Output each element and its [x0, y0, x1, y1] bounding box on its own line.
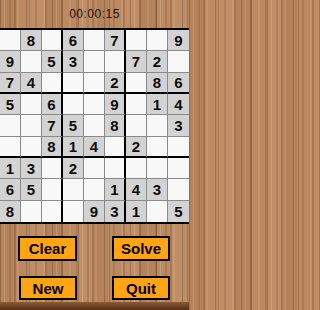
sudoku-cell: 5 [63, 115, 84, 136]
sudoku-cell: 1 [147, 94, 168, 115]
sudoku-cell[interactable] [84, 30, 105, 51]
sudoku-cell: 7 [126, 51, 147, 72]
sudoku-cell: 3 [21, 158, 42, 179]
sudoku-cell[interactable] [21, 51, 42, 72]
sudoku-cell: 8 [105, 115, 126, 136]
sudoku-cell: 5 [42, 51, 63, 72]
sudoku-cell: 9 [0, 51, 21, 72]
sudoku-cell: 1 [105, 179, 126, 200]
sudoku-cell[interactable] [126, 115, 147, 136]
sudoku-cell[interactable] [84, 158, 105, 179]
sudoku-cell: 5 [168, 201, 189, 222]
sudoku-cell[interactable] [84, 94, 105, 115]
sudoku-cell: 6 [63, 30, 84, 51]
sudoku-cell: 9 [84, 201, 105, 222]
sudoku-cell[interactable] [84, 73, 105, 94]
sudoku-cell: 2 [126, 137, 147, 158]
sudoku-cell[interactable] [84, 51, 105, 72]
sudoku-cell[interactable] [42, 73, 63, 94]
sudoku-cell[interactable] [147, 137, 168, 158]
sudoku-cell[interactable] [21, 137, 42, 158]
sudoku-cell: 7 [105, 30, 126, 51]
solve-button[interactable]: Solve [112, 236, 170, 261]
sudoku-cell: 9 [105, 94, 126, 115]
sudoku-cell: 1 [63, 137, 84, 158]
sudoku-cell: 8 [42, 137, 63, 158]
sudoku-cell[interactable] [168, 158, 189, 179]
sudoku-cell[interactable] [147, 201, 168, 222]
sudoku-cell[interactable] [126, 94, 147, 115]
sudoku-cell: 4 [84, 137, 105, 158]
sudoku-cell[interactable] [84, 179, 105, 200]
sudoku-cell: 4 [21, 73, 42, 94]
sudoku-cell: 2 [63, 158, 84, 179]
sudoku-cell[interactable] [105, 158, 126, 179]
sudoku-cell[interactable] [42, 158, 63, 179]
sudoku-cell[interactable] [0, 115, 21, 136]
sudoku-cell: 6 [0, 179, 21, 200]
sudoku-cell[interactable] [126, 73, 147, 94]
sudoku-cell[interactable] [21, 201, 42, 222]
sudoku-cell: 7 [42, 115, 63, 136]
sudoku-cell: 5 [21, 179, 42, 200]
sudoku-cell: 9 [168, 30, 189, 51]
sudoku-cell[interactable] [0, 30, 21, 51]
new-button[interactable]: New [19, 276, 77, 300]
sudoku-cell[interactable] [147, 158, 168, 179]
sudoku-cell[interactable] [147, 30, 168, 51]
sudoku-cell: 4 [168, 94, 189, 115]
sudoku-cell[interactable] [42, 179, 63, 200]
sudoku-cell[interactable] [63, 94, 84, 115]
sudoku-cell[interactable] [63, 179, 84, 200]
sudoku-cell[interactable] [168, 51, 189, 72]
sudoku-cell: 7 [0, 73, 21, 94]
timer: 00:00:15 [0, 7, 189, 21]
sudoku-cell[interactable] [105, 137, 126, 158]
sudoku-cell: 2 [105, 73, 126, 94]
sudoku-cell[interactable] [21, 115, 42, 136]
sudoku-cell: 6 [42, 94, 63, 115]
sudoku-cell: 3 [105, 201, 126, 222]
sudoku-cell: 4 [126, 179, 147, 200]
sudoku-cell[interactable] [168, 137, 189, 158]
sudoku-cell: 8 [147, 73, 168, 94]
sudoku-cell[interactable] [42, 201, 63, 222]
sudoku-cell[interactable] [63, 73, 84, 94]
sudoku-cell: 6 [168, 73, 189, 94]
sudoku-cell[interactable] [147, 115, 168, 136]
sudoku-cell: 8 [0, 201, 21, 222]
sudoku-cell: 8 [21, 30, 42, 51]
sudoku-cell[interactable] [63, 201, 84, 222]
sudoku-board: 8679953727428656914758381421326514389315 [0, 28, 189, 224]
sudoku-cell[interactable] [42, 30, 63, 51]
sudoku-cell: 3 [168, 115, 189, 136]
sudoku-cell: 2 [147, 51, 168, 72]
sudoku-cell: 3 [63, 51, 84, 72]
sudoku-cell[interactable] [168, 179, 189, 200]
sudoku-cell: 5 [0, 94, 21, 115]
sudoku-cell: 1 [0, 158, 21, 179]
sudoku-cell[interactable] [0, 137, 21, 158]
sudoku-cell[interactable] [126, 158, 147, 179]
sudoku-cell[interactable] [105, 51, 126, 72]
sudoku-cell: 3 [147, 179, 168, 200]
sudoku-cell[interactable] [126, 30, 147, 51]
sudoku-cell[interactable] [21, 94, 42, 115]
sudoku-cell: 1 [126, 201, 147, 222]
quit-button[interactable]: Quit [112, 276, 170, 300]
sudoku-cell[interactable] [84, 115, 105, 136]
wood-bottom-edge [0, 302, 189, 310]
clear-button[interactable]: Clear [18, 236, 77, 261]
